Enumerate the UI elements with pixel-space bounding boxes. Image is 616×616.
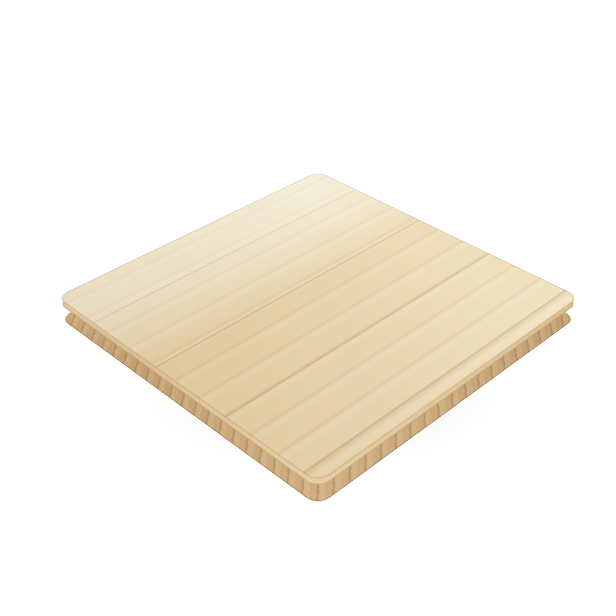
product-photo-scene [0,0,616,616]
